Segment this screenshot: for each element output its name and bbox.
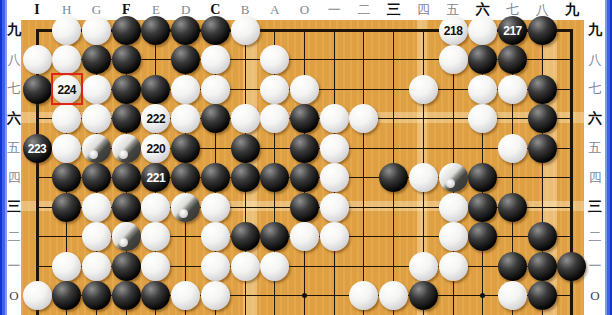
stone-white-G二[interactable] — [82, 222, 111, 251]
stone-black-D四[interactable] — [171, 163, 200, 192]
stone-white-二六[interactable] — [349, 104, 378, 133]
stone-white-H八[interactable] — [52, 45, 81, 74]
col-label-I: I — [26, 1, 48, 19]
stone-yinyang-F五[interactable] — [112, 134, 141, 163]
stone-black-EO[interactable] — [141, 281, 170, 310]
move-number-218: 218 — [439, 24, 468, 38]
window-border-right — [605, 0, 612, 315]
stone-white-B一[interactable] — [231, 252, 260, 281]
stone-black-八O[interactable] — [528, 281, 557, 310]
row-label-left-五: 五 — [7, 139, 21, 157]
stone-white-一六[interactable] — [320, 104, 349, 133]
last-move-marker — [51, 73, 83, 105]
stone-white-G九[interactable] — [82, 16, 111, 45]
move-number-221: 221 — [141, 171, 170, 185]
stone-white-一三[interactable] — [320, 193, 349, 222]
col-label-九: 九 — [561, 1, 583, 19]
stone-white-H一[interactable] — [52, 252, 81, 281]
stone-white-二O[interactable] — [349, 281, 378, 310]
stone-white-CO[interactable] — [201, 281, 230, 310]
col-label-三: 三 — [383, 1, 405, 19]
stone-white-G一[interactable] — [82, 252, 111, 281]
stone-black-B四[interactable] — [231, 163, 260, 192]
stone-white-四七[interactable] — [409, 75, 438, 104]
stone-black-D五[interactable] — [171, 134, 200, 163]
stone-white-H五[interactable] — [52, 134, 81, 163]
col-label-一: 一 — [323, 1, 345, 19]
stone-black-C九[interactable] — [201, 16, 230, 45]
stone-white-G三[interactable] — [82, 193, 111, 222]
stone-black-C六[interactable] — [201, 104, 230, 133]
stone-white-E一[interactable] — [141, 252, 170, 281]
row-label-left-六: 六 — [7, 110, 21, 128]
move-number-222: 222 — [141, 112, 170, 126]
stone-black-六四[interactable] — [468, 163, 497, 192]
stone-black-D九[interactable] — [171, 16, 200, 45]
stone-white-六六[interactable] — [468, 104, 497, 133]
stone-black-六八[interactable] — [468, 45, 497, 74]
stone-white-G七[interactable] — [82, 75, 111, 104]
move-number-220: 220 — [141, 142, 170, 156]
stone-yinyang-五四[interactable] — [439, 163, 468, 192]
row-label-right-七: 七 — [585, 80, 605, 98]
stone-white-四四[interactable] — [409, 163, 438, 192]
row-label-right-二: 二 — [585, 228, 605, 246]
stone-white-DO[interactable] — [171, 281, 200, 310]
stone-black-八二[interactable] — [528, 222, 557, 251]
stone-black-七八[interactable] — [498, 45, 527, 74]
stone-black-F八[interactable] — [112, 45, 141, 74]
stone-white-IO[interactable] — [23, 281, 52, 310]
stone-black-C四[interactable] — [201, 163, 230, 192]
row-label-left-八: 八 — [7, 51, 21, 69]
row-label-right-五: 五 — [585, 139, 605, 157]
stone-black-O六[interactable] — [290, 104, 319, 133]
col-label-O: O — [293, 1, 315, 19]
stone-white-六七[interactable] — [468, 75, 497, 104]
row-label-left-一: 一 — [7, 257, 21, 275]
stone-black-H四[interactable] — [52, 163, 81, 192]
stone-white-一四[interactable] — [320, 163, 349, 192]
stone-white-H九[interactable] — [52, 16, 81, 45]
row-label-right-六: 六 — [585, 110, 605, 128]
stone-black-FO[interactable] — [112, 281, 141, 310]
stone-white-B九[interactable] — [231, 16, 260, 45]
stone-black-F七[interactable] — [112, 75, 141, 104]
row-label-left-三: 三 — [7, 198, 21, 216]
stone-black-九一[interactable] — [557, 252, 586, 281]
move-number-217: 217 — [498, 24, 527, 38]
stone-black-I七[interactable] — [23, 75, 52, 104]
stone-white-五八[interactable] — [439, 45, 468, 74]
stone-white-一二[interactable] — [320, 222, 349, 251]
stone-black-O三[interactable] — [290, 193, 319, 222]
stone-white-五一[interactable] — [439, 252, 468, 281]
stone-white-七七[interactable] — [498, 75, 527, 104]
stone-white-五二[interactable] — [439, 222, 468, 251]
stone-black-A二[interactable] — [260, 222, 289, 251]
stone-white-C一[interactable] — [201, 252, 230, 281]
stone-white-三O[interactable] — [379, 281, 408, 310]
stone-black-F四[interactable] — [112, 163, 141, 192]
stone-white-A七[interactable] — [260, 75, 289, 104]
stone-white-C二[interactable] — [201, 222, 230, 251]
row-label-left-九: 九 — [7, 21, 21, 39]
stone-black-GO[interactable] — [82, 281, 111, 310]
row-label-left-二: 二 — [7, 228, 21, 246]
stone-black-B二[interactable] — [231, 222, 260, 251]
col-label-二: 二 — [353, 1, 375, 19]
stone-white-五三[interactable] — [439, 193, 468, 222]
stone-white-C三[interactable] — [201, 193, 230, 222]
stone-white-G六[interactable] — [82, 104, 111, 133]
row-label-right-八: 八 — [585, 51, 605, 69]
stone-white-E三[interactable] — [141, 193, 170, 222]
stone-white-E二[interactable] — [141, 222, 170, 251]
stone-black-G八[interactable] — [82, 45, 111, 74]
row-label-right-四: 四 — [585, 169, 605, 187]
stone-yinyang-D三[interactable] — [171, 193, 200, 222]
stone-black-B五[interactable] — [231, 134, 260, 163]
row-label-right-一: 一 — [585, 257, 605, 275]
stone-white-C八[interactable] — [201, 45, 230, 74]
stone-white-七五[interactable] — [498, 134, 527, 163]
stone-white-六九[interactable] — [468, 16, 497, 45]
stone-white-A六[interactable] — [260, 104, 289, 133]
stone-yinyang-F二[interactable] — [112, 222, 141, 251]
stone-black-H三[interactable] — [52, 193, 81, 222]
stone-white-O七[interactable] — [290, 75, 319, 104]
row-label-left-七: 七 — [7, 80, 21, 98]
stone-white-B六[interactable] — [231, 104, 260, 133]
stone-white-O二[interactable] — [290, 222, 319, 251]
stone-white-D七[interactable] — [171, 75, 200, 104]
stone-black-八一[interactable] — [528, 252, 557, 281]
stone-black-D八[interactable] — [171, 45, 200, 74]
stone-yinyang-G五[interactable] — [82, 134, 111, 163]
grid-line-vertical — [363, 29, 364, 315]
go-viewer-window: IHGFEDCBAO一二三四五六七八九九九八八七七六六五五四四三三二二一一OO2… — [0, 0, 612, 315]
star-point — [302, 293, 307, 298]
stone-black-F九[interactable] — [112, 16, 141, 45]
stone-black-六三[interactable] — [468, 193, 497, 222]
stone-black-E九[interactable] — [141, 16, 170, 45]
stone-white-D六[interactable] — [171, 104, 200, 133]
stone-black-F一[interactable] — [112, 252, 141, 281]
stone-black-八九[interactable] — [528, 16, 557, 45]
stone-black-O五[interactable] — [290, 134, 319, 163]
star-point — [480, 293, 485, 298]
stone-black-四O[interactable] — [409, 281, 438, 310]
stone-black-F三[interactable] — [112, 193, 141, 222]
stone-white-H六[interactable] — [52, 104, 81, 133]
stone-black-E七[interactable] — [141, 75, 170, 104]
stone-black-七三[interactable] — [498, 193, 527, 222]
stone-white-一五[interactable] — [320, 134, 349, 163]
stone-black-HO[interactable] — [52, 281, 81, 310]
stone-white-C七[interactable] — [201, 75, 230, 104]
stone-black-F六[interactable] — [112, 104, 141, 133]
board-overlay: IHGFEDCBAO一二三四五六七八九九九八八七七六六五五四四三三二二一一OO2… — [0, 0, 612, 315]
col-label-四: 四 — [412, 1, 434, 19]
stone-black-八七[interactable] — [528, 75, 557, 104]
stone-black-三四[interactable] — [379, 163, 408, 192]
stone-black-八五[interactable] — [528, 134, 557, 163]
row-label-right-三: 三 — [585, 198, 605, 216]
stone-black-七一[interactable] — [498, 252, 527, 281]
window-border-left — [0, 0, 7, 315]
stone-black-八六[interactable] — [528, 104, 557, 133]
col-label-A: A — [264, 1, 286, 19]
row-label-left-O: O — [7, 287, 21, 305]
stone-white-I八[interactable] — [23, 45, 52, 74]
stone-white-A八[interactable] — [260, 45, 289, 74]
stone-black-六二[interactable] — [468, 222, 497, 251]
move-number-223: 223 — [23, 142, 52, 156]
stone-black-A四[interactable] — [260, 163, 289, 192]
row-label-right-九: 九 — [585, 21, 605, 39]
stone-white-七O[interactable] — [498, 281, 527, 310]
row-label-right-O: O — [585, 287, 605, 305]
row-label-left-四: 四 — [7, 169, 21, 187]
stone-white-A一[interactable] — [260, 252, 289, 281]
stone-black-O四[interactable] — [290, 163, 319, 192]
stone-black-G四[interactable] — [82, 163, 111, 192]
stone-white-四一[interactable] — [409, 252, 438, 281]
